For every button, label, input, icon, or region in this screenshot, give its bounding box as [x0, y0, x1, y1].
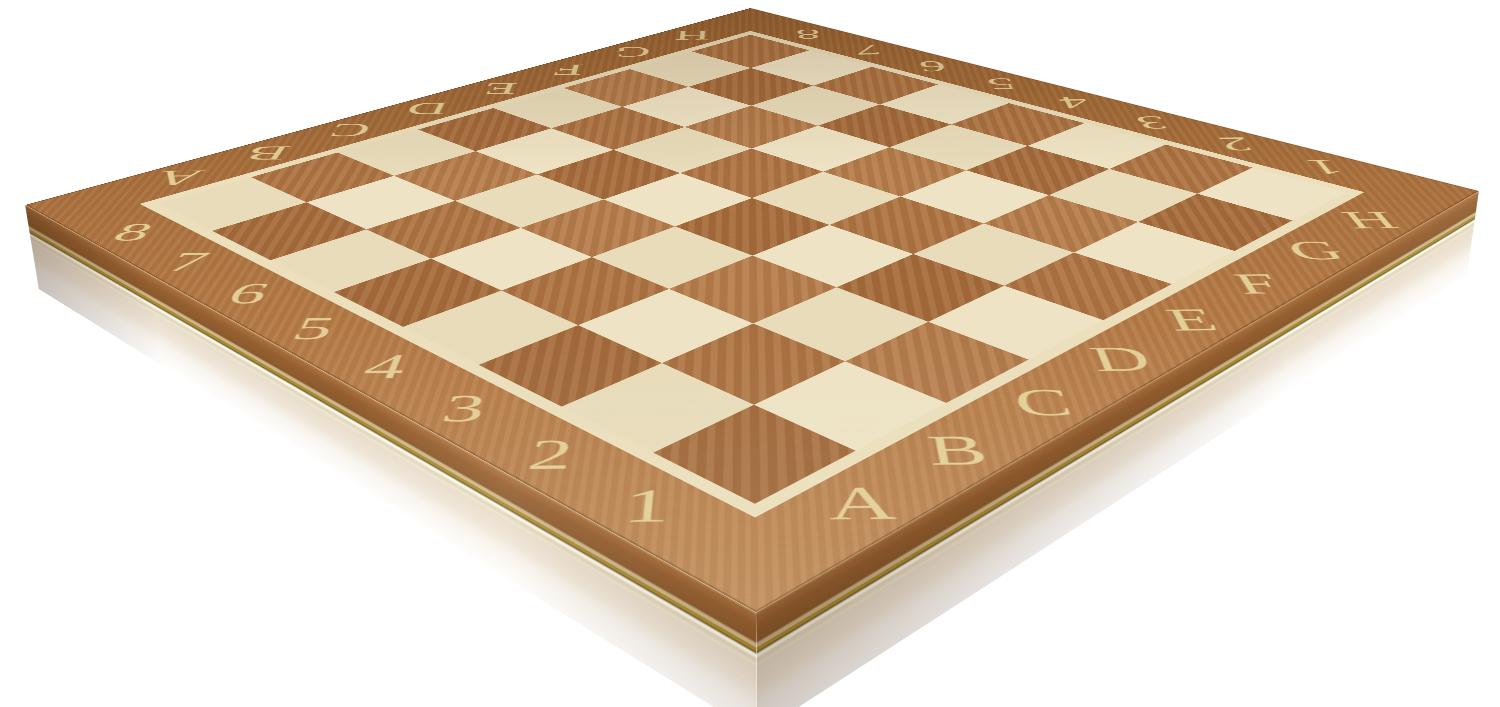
- square-d3: [753, 225, 914, 287]
- square-a5: [334, 259, 502, 327]
- coord-label-left-H: H: [674, 28, 711, 42]
- coord-label-right-F: F: [1228, 269, 1287, 298]
- square-a3: [479, 325, 662, 406]
- coord-label-right-E: E: [1161, 304, 1224, 336]
- coord-label-right-C: C: [1010, 383, 1078, 422]
- square-d4: [675, 198, 829, 256]
- square-b2: [662, 323, 845, 404]
- coord-label-right-H: H: [1337, 208, 1406, 233]
- square-c3: [669, 256, 837, 324]
- coord-label-bottom-8: 8: [106, 219, 160, 244]
- coord-label-bottom-6: 6: [221, 279, 275, 309]
- square-d2: [837, 254, 1005, 322]
- coord-label-left-E: E: [481, 80, 521, 97]
- coord-label-bottom-1: 1: [621, 482, 672, 530]
- square-a6: [270, 229, 431, 292]
- square-c1: [845, 322, 1028, 403]
- square-c2: [753, 287, 928, 361]
- coord-label-bottom-4: 4: [358, 349, 412, 385]
- coord-label-top-2: 2: [1213, 134, 1258, 154]
- square-a7: [212, 202, 366, 260]
- coord-label-bottom-3: 3: [437, 389, 490, 428]
- coord-label-top-4: 4: [1056, 94, 1093, 111]
- square-b5: [431, 228, 592, 291]
- coord-label-right-G: G: [1281, 237, 1351, 264]
- square-a4: [403, 290, 578, 364]
- coord-label-right-B: B: [925, 429, 993, 472]
- coord-label-left-B: B: [241, 143, 295, 163]
- square-a2: [562, 363, 754, 453]
- square-f2: [984, 195, 1138, 252]
- coord-label-top-7: 7: [854, 42, 882, 57]
- board-surface: 8765432187654321HGFEDCBAHGFEDCBA: [25, 8, 1479, 613]
- coordinate-labels: 8765432187654321HGFEDCBAHGFEDCBA: [25, 8, 1479, 613]
- square-d1: [928, 286, 1103, 360]
- square-b4: [501, 257, 669, 325]
- square-b1: [754, 361, 946, 450]
- square-e2: [913, 223, 1074, 285]
- coord-label-bottom-7: 7: [161, 248, 215, 275]
- square-e3: [829, 197, 983, 254]
- coord-label-left-A: A: [147, 167, 209, 189]
- coord-label-right-A: A: [828, 480, 900, 528]
- coord-label-top-5: 5: [984, 76, 1018, 92]
- square-a1: [653, 405, 855, 504]
- square-e1: [1004, 253, 1172, 321]
- square-f1: [1074, 222, 1235, 284]
- coord-label-top-3: 3: [1132, 113, 1173, 132]
- scene: 8765432187654321HGFEDCBAHGFEDCBA: [0, 0, 1500, 707]
- coord-label-left-D: D: [403, 100, 452, 118]
- coord-label-right-D: D: [1086, 342, 1158, 377]
- square-b6: [366, 201, 520, 259]
- square-b3: [578, 289, 753, 363]
- square-c4: [592, 226, 753, 288]
- coord-label-left-C: C: [326, 121, 376, 140]
- coord-label-top-1: 1: [1300, 156, 1349, 177]
- square-g1: [1138, 194, 1292, 251]
- coord-label-bottom-2: 2: [524, 433, 576, 476]
- coord-label-top-8: 8: [795, 27, 821, 41]
- chessboard: 8765432187654321HGFEDCBAHGFEDCBA: [25, 8, 1479, 613]
- coord-label-bottom-5: 5: [287, 312, 341, 344]
- square-c5: [521, 199, 675, 257]
- coord-label-left-G: G: [613, 45, 652, 60]
- coord-label-top-6: 6: [917, 58, 948, 73]
- coord-label-left-F: F: [552, 62, 586, 78]
